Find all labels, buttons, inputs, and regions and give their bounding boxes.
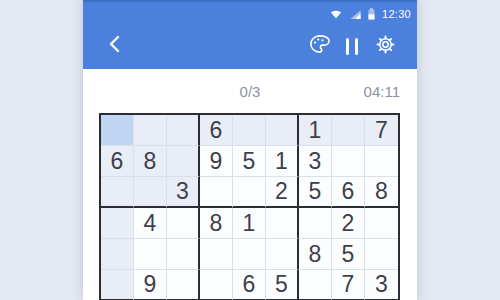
phone-screen: 12:30 — [83, 0, 417, 300]
cell-r2c4[interactable]: 9 — [200, 146, 233, 177]
wifi-icon — [330, 9, 342, 19]
cell-r1c6[interactable] — [266, 115, 299, 146]
cell-r3c3[interactable]: 3 — [167, 177, 200, 208]
game-info-bar: 0/3 04:11 — [83, 69, 417, 113]
cell-r2c5[interactable]: 5 — [233, 146, 266, 177]
cell-r5c5[interactable] — [233, 239, 266, 270]
cell-r5c4[interactable] — [200, 239, 233, 270]
cell-r6c9[interactable]: 3 — [365, 270, 398, 300]
gear-icon — [375, 34, 396, 59]
status-bar: 12:30 — [83, 2, 417, 23]
cell-r6c2[interactable]: 9 — [134, 270, 167, 300]
game-timer: 04:11 — [364, 83, 400, 100]
cell-r6c1[interactable] — [101, 270, 134, 300]
settings-button[interactable] — [373, 34, 397, 58]
cell-r3c1[interactable] — [101, 177, 134, 208]
sudoku-board-viewport: 6176895133256848128596573 — [99, 113, 400, 300]
cell-r5c2[interactable] — [134, 239, 167, 270]
pause-icon — [346, 38, 358, 55]
cell-r1c9[interactable]: 7 — [365, 115, 398, 146]
cell-r1c7[interactable]: 1 — [299, 115, 332, 146]
cell-r4c4[interactable]: 8 — [200, 208, 233, 239]
cell-r4c9[interactable] — [365, 208, 398, 239]
chevron-left-icon — [107, 34, 121, 58]
cell-r6c7[interactable] — [299, 270, 332, 300]
cell-r1c3[interactable] — [167, 115, 200, 146]
cell-r3c9[interactable]: 8 — [365, 177, 398, 208]
cell-r4c6[interactable] — [266, 208, 299, 239]
cell-r5c1[interactable] — [101, 239, 134, 270]
cell-r1c5[interactable] — [233, 115, 266, 146]
battery-icon — [368, 8, 375, 20]
back-button[interactable] — [104, 35, 124, 57]
cell-r1c1[interactable] — [101, 115, 134, 146]
cell-r1c4[interactable]: 6 — [200, 115, 233, 146]
cell-r6c5[interactable]: 6 — [233, 270, 266, 300]
status-clock: 12:30 — [382, 9, 411, 20]
cell-r5c7[interactable]: 8 — [299, 239, 332, 270]
cell-r2c2[interactable]: 8 — [134, 146, 167, 177]
screenshot-canvas: 12:30 — [0, 0, 500, 300]
cell-r3c7[interactable]: 5 — [299, 177, 332, 208]
cell-r2c7[interactable]: 3 — [299, 146, 332, 177]
cell-r4c1[interactable] — [101, 208, 134, 239]
pause-button[interactable] — [340, 34, 364, 58]
cell-r4c2[interactable]: 4 — [134, 208, 167, 239]
cell-r3c6[interactable]: 2 — [266, 177, 299, 208]
cell-r3c5[interactable] — [233, 177, 266, 208]
cell-r6c8[interactable]: 7 — [332, 270, 365, 300]
cell-r5c3[interactable] — [167, 239, 200, 270]
cell-r4c7[interactable] — [299, 208, 332, 239]
nav-bar — [83, 23, 417, 69]
cell-r6c6[interactable]: 5 — [266, 270, 299, 300]
sudoku-grid: 6176895133256848128596573 — [99, 113, 400, 300]
cell-r3c4[interactable] — [200, 177, 233, 208]
cell-r2c1[interactable]: 6 — [101, 146, 134, 177]
cell-r2c3[interactable] — [167, 146, 200, 177]
cell-r2c8[interactable] — [332, 146, 365, 177]
theme-button[interactable] — [307, 34, 331, 58]
cell-r3c8[interactable]: 6 — [332, 177, 365, 208]
cell-r5c6[interactable] — [266, 239, 299, 270]
cell-signal-icon — [349, 9, 361, 20]
cell-r4c3[interactable] — [167, 208, 200, 239]
cell-r2c9[interactable] — [365, 146, 398, 177]
cell-r4c5[interactable]: 1 — [233, 208, 266, 239]
cell-r6c4[interactable] — [200, 270, 233, 300]
cell-r2c6[interactable]: 1 — [266, 146, 299, 177]
cell-r5c9[interactable] — [365, 239, 398, 270]
cell-r1c2[interactable] — [134, 115, 167, 146]
palette-icon — [308, 33, 331, 60]
mistakes-counter: 0/3 — [240, 83, 261, 100]
cell-r5c8[interactable]: 5 — [332, 239, 365, 270]
cell-r3c2[interactable] — [134, 177, 167, 208]
app-header: 12:30 — [83, 0, 417, 69]
cell-r1c8[interactable] — [332, 115, 365, 146]
cell-r4c8[interactable]: 2 — [332, 208, 365, 239]
cell-r6c3[interactable] — [167, 270, 200, 300]
